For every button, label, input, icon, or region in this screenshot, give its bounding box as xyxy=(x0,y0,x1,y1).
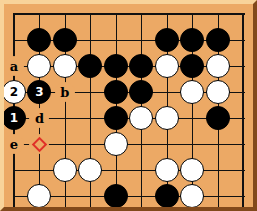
point-label-e: e xyxy=(4,134,24,154)
point-label-text: e xyxy=(10,138,18,151)
black-stone xyxy=(129,54,153,78)
black-stone xyxy=(104,54,128,78)
black-stone xyxy=(104,80,128,104)
white-stone xyxy=(206,80,230,104)
black-stone-1: 1 xyxy=(4,106,26,130)
black-stone xyxy=(78,54,102,78)
white-stone xyxy=(53,158,77,182)
white-stone xyxy=(155,54,179,78)
white-stone xyxy=(129,106,153,130)
white-stone-2: 2 xyxy=(4,80,26,104)
black-stone xyxy=(27,28,51,52)
point-label-a: a xyxy=(4,56,24,76)
grid-line-vertical xyxy=(242,14,244,207)
black-stone xyxy=(180,54,204,78)
white-stone xyxy=(206,54,230,78)
go-board: 231abde xyxy=(4,4,253,207)
black-stone xyxy=(206,106,230,130)
black-stone xyxy=(104,106,128,130)
white-stone xyxy=(27,54,51,78)
black-stone xyxy=(206,28,230,52)
board-frame: 231abde xyxy=(0,0,257,211)
point-label-b: b xyxy=(55,82,75,102)
white-stone xyxy=(53,54,77,78)
point-label-text: b xyxy=(60,86,69,99)
black-stone xyxy=(155,184,179,207)
black-stone-3: 3 xyxy=(27,80,51,104)
white-stone xyxy=(180,184,204,207)
black-stone xyxy=(104,184,128,207)
black-stone xyxy=(155,28,179,52)
point-label-text: d xyxy=(35,112,44,125)
white-stone xyxy=(78,158,102,182)
point-label-text: a xyxy=(10,60,18,73)
grid-line-horizontal xyxy=(13,170,245,171)
white-stone xyxy=(27,184,51,207)
white-stone xyxy=(180,80,204,104)
white-stone xyxy=(104,132,128,156)
white-stone xyxy=(155,158,179,182)
white-stone xyxy=(180,158,204,182)
point-label-d: d xyxy=(29,108,49,128)
go-diagram: 231abde xyxy=(0,0,257,211)
grid-line-horizontal xyxy=(13,13,245,15)
black-stone xyxy=(129,80,153,104)
black-stone xyxy=(180,28,204,52)
white-stone xyxy=(155,106,179,130)
black-stone xyxy=(53,28,77,52)
